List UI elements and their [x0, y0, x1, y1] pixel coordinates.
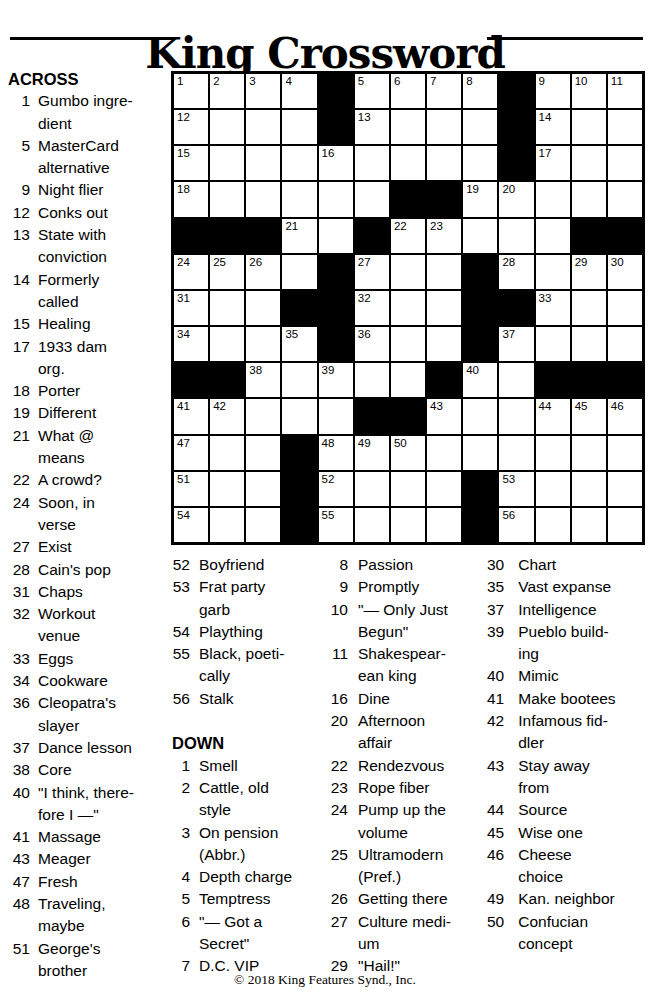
grid-cell-r11c6[interactable]: 49 [354, 435, 390, 471]
clue-text: Healing [38, 313, 91, 335]
grid-cell-r9c6[interactable] [354, 362, 390, 398]
grid-cell-r4c10[interactable]: 20 [498, 181, 534, 217]
black-cell-r10c7 [390, 398, 426, 434]
grid-cell-r1c6[interactable]: 5 [354, 73, 390, 109]
grid-cell-r8c6[interactable]: 36 [354, 326, 390, 362]
clue-across-22: 22A crowd? [8, 469, 172, 491]
grid-cell-r4c5[interactable] [318, 181, 354, 217]
grid-cell-r5c4[interactable]: 21 [281, 218, 317, 254]
grid-cell-r5c8[interactable]: 23 [426, 218, 462, 254]
clue-number: 36 [8, 692, 30, 714]
clue-text: Formerly called [38, 269, 99, 314]
clue-across-47: 47Fresh [8, 871, 172, 893]
clue-across-17: 171933 dam org. [8, 336, 172, 381]
clue-number: 3 [172, 822, 190, 844]
cell-number-38: 38 [249, 364, 262, 377]
black-cell-r9c1 [173, 362, 209, 398]
grid-cell-r5c7[interactable]: 22 [390, 218, 426, 254]
clue-text: Depth charge [199, 866, 292, 888]
cell-number-7: 7 [430, 75, 436, 88]
grid-cell-r2c8[interactable] [426, 109, 462, 145]
grid-cell-r11c7[interactable]: 50 [390, 435, 426, 471]
clue-across-13: 13State with conviction [8, 224, 172, 269]
clue-number: 39 [487, 621, 504, 643]
grid-cell-r10c4[interactable] [281, 398, 317, 434]
grid-cell-r13c7[interactable] [390, 507, 426, 543]
black-cell-r7c9 [462, 290, 498, 326]
clue-text: Stay away from [518, 755, 590, 800]
grid-cell-r7c1[interactable]: 31 [173, 290, 209, 326]
cell-number-46: 46 [611, 400, 624, 413]
clue-text: Shakespear- ean king [358, 643, 446, 688]
grid-cell-r6c12[interactable]: 29 [571, 254, 607, 290]
grid-cell-r3c9[interactable] [462, 145, 498, 181]
clue-number: 41 [487, 688, 504, 710]
clue-column-c: 30Chart35Vast expanse37Intelligence39Pue… [487, 554, 647, 955]
grid-cell-r8c12[interactable] [571, 326, 607, 362]
clue-number: 32 [8, 603, 30, 625]
grid-cell-r1c7[interactable]: 6 [390, 73, 426, 109]
black-cell-r13c9 [462, 507, 498, 543]
black-cell-r9c13 [607, 362, 643, 398]
crossword-board[interactable]: 1234567891011121314151617181920212223242… [171, 71, 645, 545]
cell-number-51: 51 [177, 473, 190, 486]
clue-across-5: 5MasterCard alternative [8, 135, 172, 180]
clue-text: On pension (Abbr.) [199, 822, 278, 867]
clue-text: Workout venue [38, 603, 95, 648]
clue-number: 37 [487, 599, 504, 621]
clue-number: 14 [8, 269, 30, 291]
black-cell-r5c6 [354, 218, 390, 254]
clue-number: 8 [330, 554, 348, 576]
grid-cell-r10c12[interactable]: 45 [571, 398, 607, 434]
clue-number: 37 [8, 737, 30, 759]
grid-cell-r10c11[interactable]: 44 [535, 398, 571, 434]
grid-cell-r5c5[interactable] [318, 218, 354, 254]
grid-cell-r1c11[interactable]: 9 [535, 73, 571, 109]
grid-cell-r4c6[interactable] [354, 181, 390, 217]
clue-text: Source [518, 799, 567, 821]
grid-cell-r11c3[interactable] [245, 435, 281, 471]
clue-number: 55 [172, 643, 190, 665]
clue-number: 10 [330, 599, 348, 621]
grid-cell-r4c2[interactable] [209, 181, 245, 217]
clue-across-12: 12Conks out [8, 202, 172, 224]
clue-across-24: 24Soon, in verse [8, 492, 172, 537]
grid-cell-r2c9[interactable] [462, 109, 498, 145]
grid-cell-r1c8[interactable]: 7 [426, 73, 462, 109]
clue-across-37: 37Dance lesson [8, 737, 172, 759]
clue-down-35: 35Vast expanse [487, 576, 647, 598]
grid-cell-r3c2[interactable] [209, 145, 245, 181]
grid-cell-r4c3[interactable] [245, 181, 281, 217]
grid-cell-r12c11[interactable] [535, 471, 571, 507]
grid-cell-r8c11[interactable] [535, 326, 571, 362]
clue-down-40: 40Mimic [487, 665, 647, 687]
black-cell-r5c12 [571, 218, 607, 254]
clue-number: 31 [8, 581, 30, 603]
grid-cell-r1c13[interactable]: 11 [607, 73, 643, 109]
clue-down-44: 44Source [487, 799, 647, 821]
grid-cell-r11c8[interactable] [426, 435, 462, 471]
grid-cell-r2c12[interactable] [571, 109, 607, 145]
grid-cell-r3c1[interactable]: 15 [173, 145, 209, 181]
grid-cell-r12c8[interactable] [426, 471, 462, 507]
clue-number: 38 [8, 759, 30, 781]
grid-cell-r2c4[interactable] [281, 109, 317, 145]
grid-cell-r1c1[interactable]: 1 [173, 73, 209, 109]
clue-text: Vast expanse [518, 576, 611, 598]
grid-cell-r7c7[interactable] [390, 290, 426, 326]
black-cell-r10c6 [354, 398, 390, 434]
grid-cell-r1c12[interactable]: 10 [571, 73, 607, 109]
grid-cell-r11c13[interactable] [607, 435, 643, 471]
grid-cell-r12c2[interactable] [209, 471, 245, 507]
grid-cell-r7c11[interactable]: 33 [535, 290, 571, 326]
cell-number-30: 30 [611, 256, 624, 269]
cell-number-29: 29 [575, 256, 588, 269]
black-cell-r8c9 [462, 326, 498, 362]
black-cell-r2c10 [498, 109, 534, 145]
cell-number-19: 19 [466, 183, 479, 196]
cell-number-20: 20 [502, 183, 515, 196]
black-cell-r12c9 [462, 471, 498, 507]
clue-number: 23 [330, 777, 348, 799]
black-cell-r4c8 [426, 181, 462, 217]
grid-cell-r12c1[interactable]: 51 [173, 471, 209, 507]
grid-cell-r4c13[interactable] [607, 181, 643, 217]
grid-cell-r1c3[interactable]: 3 [245, 73, 281, 109]
clue-text: A crowd? [38, 469, 102, 491]
grid-cell-r1c2[interactable]: 2 [209, 73, 245, 109]
clue-number: 1 [8, 90, 30, 112]
clue-text: Getting there [358, 888, 448, 910]
grid-cell-r8c8[interactable] [426, 326, 462, 362]
cell-number-47: 47 [177, 437, 190, 450]
black-cell-r7c4 [281, 290, 317, 326]
grid-cell-r5c9[interactable] [462, 218, 498, 254]
clue-across-19: 19Different [8, 402, 172, 424]
grid-cell-r6c11[interactable] [535, 254, 571, 290]
grid-cell-r13c5[interactable]: 55 [318, 507, 354, 543]
down-clue-list-a: 1Smell2Cattle, old style3On pension (Abb… [172, 755, 327, 978]
grid-cell-r7c8[interactable] [426, 290, 462, 326]
cell-number-27: 27 [358, 256, 371, 269]
clue-number: 15 [8, 313, 30, 335]
clue-text: Chart [518, 554, 556, 576]
grid-cell-r3c8[interactable] [426, 145, 462, 181]
grid-cell-r6c8[interactable] [426, 254, 462, 290]
grid-cell-r7c2[interactable] [209, 290, 245, 326]
clue-number: 9 [8, 179, 30, 201]
grid-cell-r6c4[interactable] [281, 254, 317, 290]
clue-number: 40 [8, 782, 30, 804]
grid-cell-r7c3[interactable] [245, 290, 281, 326]
cell-number-26: 26 [249, 256, 262, 269]
cell-number-33: 33 [539, 292, 552, 305]
clue-text: Pueblo build- ing [518, 621, 608, 666]
clue-down-42: 42Infamous fid- dler [487, 710, 647, 755]
grid-cell-r6c7[interactable] [390, 254, 426, 290]
clue-text: Intelligence [518, 599, 596, 621]
clue-across-1: 1Gumbo ingre- dient [8, 90, 172, 135]
clue-across-43: 43Meager [8, 848, 172, 870]
black-cell-r9c12 [571, 362, 607, 398]
grid-cell-r9c3[interactable]: 38 [245, 362, 281, 398]
clue-number: 11 [330, 643, 348, 665]
grid-cell-r1c4[interactable]: 4 [281, 73, 317, 109]
grid-cell-r10c2[interactable]: 42 [209, 398, 245, 434]
grid-cell-r10c5[interactable] [318, 398, 354, 434]
down-clue-list-b: 8Passion9Promptly10"— Only Just Begun"11… [330, 554, 486, 978]
clue-down-10: 10"— Only Just Begun" [330, 599, 486, 644]
grid-cell-r2c7[interactable] [390, 109, 426, 145]
grid-cell-r5c10[interactable] [498, 218, 534, 254]
clue-number: 40 [487, 665, 504, 687]
grid-cell-r3c11[interactable]: 17 [535, 145, 571, 181]
grid-cell-r8c10[interactable]: 37 [498, 326, 534, 362]
clue-number: 21 [8, 425, 30, 447]
black-cell-r1c5 [318, 73, 354, 109]
grid-cell-r13c8[interactable] [426, 507, 462, 543]
clue-number: 49 [487, 888, 504, 910]
cell-number-55: 55 [322, 509, 335, 522]
grid-cell-r11c2[interactable] [209, 435, 245, 471]
clue-text: Meager [38, 848, 91, 870]
clue-down-16: 16Dine [330, 688, 486, 710]
grid-cell-r3c13[interactable] [607, 145, 643, 181]
clue-number: 27 [8, 536, 30, 558]
clue-number: 43 [8, 848, 30, 870]
cell-number-44: 44 [539, 400, 552, 413]
grid-cell-r1c9[interactable]: 8 [462, 73, 498, 109]
grid-cell-r12c13[interactable] [607, 471, 643, 507]
clue-number: 24 [8, 492, 30, 514]
clue-number: 1 [172, 755, 190, 777]
grid-cell-r6c3[interactable]: 26 [245, 254, 281, 290]
grid-cell-r11c10[interactable] [498, 435, 534, 471]
clue-down-26: 26Getting there [330, 888, 486, 910]
clue-text: Core [38, 759, 72, 781]
down-heading: DOWN [172, 732, 327, 754]
grid-cell-r8c7[interactable] [390, 326, 426, 362]
grid-cell-r9c4[interactable] [281, 362, 317, 398]
grid-cell-r4c4[interactable] [281, 181, 317, 217]
clue-across-52: 52Boyfriend [172, 554, 327, 576]
across-clue-list: 1Gumbo ingre- dient5MasterCard alternati… [8, 90, 172, 982]
clue-down-11: 11Shakespear- ean king [330, 643, 486, 688]
cell-number-3: 3 [249, 75, 255, 88]
grid-cell-r12c5[interactable]: 52 [318, 471, 354, 507]
clue-number: 45 [487, 822, 504, 844]
cell-number-45: 45 [575, 400, 588, 413]
clue-text: "— Only Just Begun" [358, 599, 448, 644]
grid-cell-r4c9[interactable]: 19 [462, 181, 498, 217]
black-cell-r4c7 [390, 181, 426, 217]
grid-cell-r2c2[interactable] [209, 109, 245, 145]
grid-cell-r8c2[interactable] [209, 326, 245, 362]
grid-cell-r8c4[interactable]: 35 [281, 326, 317, 362]
clue-number: 9 [330, 576, 348, 598]
grid-cell-r7c12[interactable] [571, 290, 607, 326]
grid-cell-r12c12[interactable] [571, 471, 607, 507]
grid-cell-r11c12[interactable] [571, 435, 607, 471]
clue-text: Night flier [38, 179, 103, 201]
page: King Crossword ACROSS 1Gumbo ingre- dien… [0, 0, 650, 1000]
grid-cell-r3c3[interactable] [245, 145, 281, 181]
clue-down-25: 25Ultramodern (Pref.) [330, 844, 486, 889]
grid-cell-r13c10[interactable]: 56 [498, 507, 534, 543]
grid-cell-r13c13[interactable] [607, 507, 643, 543]
clue-across-28: 28Cain's pop [8, 559, 172, 581]
clue-down-4: 4Depth charge [172, 866, 327, 888]
clue-number: 12 [8, 202, 30, 224]
grid-cell-r9c5[interactable]: 39 [318, 362, 354, 398]
grid-cell-r11c11[interactable] [535, 435, 571, 471]
clue-text: State with conviction [38, 224, 107, 269]
grid-cell-r5c11[interactable] [535, 218, 571, 254]
grid-cell-r10c9[interactable] [462, 398, 498, 434]
clue-number: 50 [487, 911, 504, 933]
clue-across-14: 14Formerly called [8, 269, 172, 314]
grid-cell-r13c3[interactable] [245, 507, 281, 543]
grid-cell-r6c2[interactable]: 25 [209, 254, 245, 290]
grid-cell-r2c3[interactable] [245, 109, 281, 145]
grid-cell-r6c10[interactable]: 28 [498, 254, 534, 290]
cell-number-10: 10 [575, 75, 588, 88]
grid-cell-r13c1[interactable]: 54 [173, 507, 209, 543]
clue-down-20: 20Afternoon affair [330, 710, 486, 755]
clue-text: Promptly [358, 576, 419, 598]
grid-cell-r6c6[interactable]: 27 [354, 254, 390, 290]
grid-cell-r8c1[interactable]: 34 [173, 326, 209, 362]
clue-number: 2 [172, 777, 190, 799]
clue-number: 25 [330, 844, 348, 866]
clue-text: Cheese choice [518, 844, 571, 889]
clue-number: 4 [172, 866, 190, 888]
grid-cell-r3c6[interactable] [354, 145, 390, 181]
grid-cell-r4c1[interactable]: 18 [173, 181, 209, 217]
clue-down-2: 2Cattle, old style [172, 777, 327, 822]
clue-across-31: 31Chaps [8, 581, 172, 603]
black-cell-r5c1 [173, 218, 209, 254]
clue-text: Conks out [38, 202, 108, 224]
grid-cell-r2c13[interactable] [607, 109, 643, 145]
grid-cell-r13c2[interactable] [209, 507, 245, 543]
grid-cell-r9c7[interactable] [390, 362, 426, 398]
grid-cell-r13c11[interactable] [535, 507, 571, 543]
grid-cell-r7c13[interactable] [607, 290, 643, 326]
across-heading: ACROSS [8, 68, 172, 90]
cell-number-50: 50 [394, 437, 407, 450]
clue-number: 34 [8, 670, 30, 692]
clue-text: Traveling, maybe [38, 893, 105, 938]
clue-across-32: 32Workout venue [8, 603, 172, 648]
grid-cell-r6c13[interactable]: 30 [607, 254, 643, 290]
grid-cell-r12c3[interactable] [245, 471, 281, 507]
clue-across-48: 48Traveling, maybe [8, 893, 172, 938]
grid-cell-r12c6[interactable] [354, 471, 390, 507]
clue-text: What @ means [38, 425, 94, 470]
clue-text: Wise one [518, 822, 583, 844]
grid-cell-r4c11[interactable] [535, 181, 571, 217]
grid-cell-r2c11[interactable]: 14 [535, 109, 571, 145]
clue-down-45: 45Wise one [487, 822, 647, 844]
grid-cell-r10c13[interactable]: 46 [607, 398, 643, 434]
grid-cell-r10c1[interactable]: 41 [173, 398, 209, 434]
grid-cell-r6c1[interactable]: 24 [173, 254, 209, 290]
cell-number-1: 1 [177, 75, 183, 88]
clue-text: Cain's pop [38, 559, 111, 581]
grid-cell-r10c3[interactable] [245, 398, 281, 434]
grid-cell-r2c1[interactable]: 12 [173, 109, 209, 145]
clue-number: 17 [8, 336, 30, 358]
clue-text: Plaything [199, 621, 263, 643]
clue-text: Cookware [38, 670, 108, 692]
cell-number-54: 54 [177, 509, 190, 522]
cell-number-48: 48 [322, 437, 335, 450]
grid-cell-r11c1[interactable]: 47 [173, 435, 209, 471]
cell-number-41: 41 [177, 400, 190, 413]
cell-number-13: 13 [358, 111, 371, 124]
cell-number-2: 2 [213, 75, 219, 88]
grid-cell-r13c12[interactable] [571, 507, 607, 543]
clue-number: 5 [8, 135, 30, 157]
clue-down-46: 46Cheese choice [487, 844, 647, 889]
grid-cell-r3c12[interactable] [571, 145, 607, 181]
grid-cell-r7c6[interactable]: 32 [354, 290, 390, 326]
grid-cell-r11c9[interactable] [462, 435, 498, 471]
clue-down-41: 41Make bootees [487, 688, 647, 710]
grid-cell-r2c6[interactable]: 13 [354, 109, 390, 145]
clue-text: Kan. neighbor [518, 888, 615, 910]
clue-number: 27 [330, 911, 348, 933]
clue-number: 35 [487, 576, 504, 598]
cell-number-23: 23 [430, 220, 443, 233]
clue-number: 56 [172, 688, 190, 710]
grid-cell-r10c10[interactable] [498, 398, 534, 434]
grid-cell-r12c7[interactable] [390, 471, 426, 507]
clue-text: Frat party garb [199, 576, 265, 621]
black-cell-r5c2 [209, 218, 245, 254]
cell-number-52: 52 [322, 473, 335, 486]
clue-down-39: 39Pueblo build- ing [487, 621, 647, 666]
clue-across-33: 33Eggs [8, 648, 172, 670]
grid-cell-r11c5[interactable]: 48 [318, 435, 354, 471]
copyright: © 2018 King Features Synd., Inc. [0, 972, 650, 988]
grid-cell-r4c12[interactable] [571, 181, 607, 217]
grid-cell-r10c8[interactable]: 43 [426, 398, 462, 434]
clue-text: Passion [358, 554, 413, 576]
grid-cell-r3c5[interactable]: 16 [318, 145, 354, 181]
grid-cell-r9c10[interactable] [498, 362, 534, 398]
grid-cell-r13c6[interactable] [354, 507, 390, 543]
clue-down-1: 1Smell [172, 755, 327, 777]
grid-cell-r8c13[interactable] [607, 326, 643, 362]
clue-text: Different [38, 402, 96, 424]
cell-number-4: 4 [285, 75, 291, 88]
grid-cell-r3c7[interactable] [390, 145, 426, 181]
black-cell-r13c4 [281, 507, 317, 543]
cell-number-32: 32 [358, 292, 371, 305]
grid-cell-r8c3[interactable] [245, 326, 281, 362]
clue-across-40: 40"I think, there- fore I —" [8, 782, 172, 827]
grid-cell-r3c4[interactable] [281, 145, 317, 181]
grid-cell-r12c10[interactable]: 53 [498, 471, 534, 507]
clue-across-27: 27Exist [8, 536, 172, 558]
grid-cell-r9c9[interactable]: 40 [462, 362, 498, 398]
clue-text: Cleopatra's slayer [38, 692, 116, 737]
